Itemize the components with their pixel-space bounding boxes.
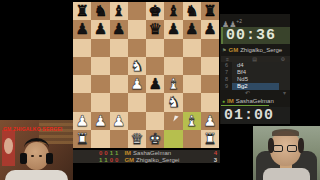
square-h3[interactable]	[201, 93, 219, 111]
black-pawn-h7[interactable]: ♟	[201, 20, 219, 38]
move-row: 8Nd5	[221, 76, 290, 83]
white-king-e1[interactable]: ♚	[146, 130, 164, 148]
black-pawn-f7[interactable]: ♟	[164, 20, 182, 38]
square-d6[interactable]	[128, 39, 146, 57]
square-e6[interactable]	[146, 39, 164, 57]
scoreboard-score: 3	[214, 157, 217, 164]
square-h4[interactable]	[201, 75, 219, 93]
material-advantage: +2	[236, 18, 242, 24]
square-c2[interactable]: ♟	[110, 112, 128, 130]
black-pawn-g7[interactable]: ♟	[183, 20, 201, 38]
square-c5[interactable]	[110, 57, 128, 75]
headphone-right-icon	[46, 153, 53, 164]
eye	[39, 155, 42, 157]
move-number: 9	[221, 83, 232, 90]
move-row: 9Bg2	[221, 83, 290, 90]
square-a7[interactable]: ♟	[73, 20, 91, 38]
square-h8[interactable]: ♜	[201, 2, 219, 20]
square-h6[interactable]	[201, 39, 219, 57]
square-a3[interactable]	[73, 93, 91, 111]
square-g7[interactable]: ♟	[183, 20, 201, 38]
move-Bf4[interactable]: Bf4	[232, 69, 279, 76]
black-pawn-c7[interactable]: ♟	[110, 20, 128, 38]
black-rook-h8[interactable]: ♜	[201, 2, 219, 20]
black-knight-g8[interactable]: ♞	[183, 2, 201, 20]
square-e1[interactable]: ♚	[146, 130, 164, 148]
square-e8[interactable]: ♚	[146, 2, 164, 20]
wall-poster	[2, 130, 15, 166]
white-pawn-a2[interactable]: ♟	[73, 112, 91, 130]
square-e2[interactable]	[146, 112, 164, 130]
match-scoreboard: 0011IMSashaGelman41100GMZhigalko_Sergei3	[73, 150, 220, 163]
square-c4[interactable]	[110, 75, 128, 93]
more-icon[interactable]: ▾	[283, 90, 286, 97]
square-h2[interactable]: ♟	[201, 112, 219, 130]
square-b7[interactable]: ♟	[91, 20, 109, 38]
square-b4[interactable]	[91, 75, 109, 93]
white-queen-d1[interactable]: ♛	[128, 130, 146, 148]
black-pawn-a7[interactable]: ♟	[73, 20, 91, 38]
square-g4[interactable]	[183, 75, 201, 93]
square-f8[interactable]: ♝	[164, 2, 182, 20]
square-f4[interactable]: ♝	[164, 75, 182, 93]
black-bishop-c8[interactable]: ♝	[110, 2, 128, 20]
black-king-e8[interactable]: ♚	[146, 2, 164, 20]
move-row: 7Bf4	[221, 69, 290, 76]
square-d7[interactable]	[128, 20, 146, 38]
scoreboard-title: GM	[124, 157, 134, 164]
white-pawn-c2[interactable]: ♟	[110, 112, 128, 130]
move-number: 6	[221, 62, 232, 69]
headphone-left-icon	[20, 153, 27, 164]
square-d5[interactable]: ♞	[128, 57, 146, 75]
square-d4[interactable]: ♟	[128, 75, 146, 93]
chess-board[interactable]: ♜♞♝♚♝♞♜♟♟♟♛♟♟♟♞♟♟♝♞♟♟♟♝♟♜♛♚♜	[73, 2, 219, 148]
square-g8[interactable]: ♞	[183, 2, 201, 20]
player-top[interactable]: ⚑ GM Zhigalko_Serge	[222, 46, 290, 54]
square-a8[interactable]: ♜	[73, 2, 91, 20]
stream-screen: ♜♞♝♚♝♞♜♟♟♟♛♟♟♟♞♟♟♝♞♟♟♟♝♟♜♛♚♜ 0011IMSasha…	[0, 0, 320, 180]
white-pawn-b2[interactable]: ♟	[91, 112, 109, 130]
move-controls: ↶ ▾	[221, 90, 290, 97]
webcam-right	[253, 126, 320, 180]
move-Nd5[interactable]: Nd5	[232, 76, 279, 83]
square-f3[interactable]: ♞	[164, 93, 182, 111]
move-d4[interactable]: d4	[232, 62, 279, 69]
white-rook-a1[interactable]: ♜	[73, 130, 91, 148]
square-d1[interactable]: ♛	[128, 130, 146, 148]
square-g5[interactable]	[183, 57, 201, 75]
square-b1[interactable]	[91, 130, 109, 148]
square-h7[interactable]: ♟	[201, 20, 219, 38]
square-d2[interactable]	[128, 112, 146, 130]
player-top-title: GM	[228, 46, 238, 54]
square-a4[interactable]	[73, 75, 91, 93]
square-g2[interactable]: ♝	[183, 112, 201, 130]
white-knight-f3[interactable]: ♞	[164, 93, 182, 111]
move-list: 6d47Bf48Nd59Bg2	[221, 62, 290, 90]
grid-icon[interactable]: ▤	[252, 56, 257, 62]
square-g3[interactable]	[183, 93, 201, 111]
undo-icon[interactable]: ↶	[245, 90, 250, 97]
glasses-icon	[273, 145, 298, 153]
white-rook-h1[interactable]: ♜	[201, 130, 219, 148]
hair	[298, 138, 304, 153]
captured-pieces: ♟♟+2	[222, 17, 242, 26]
square-e7[interactable]: ♛	[146, 20, 164, 38]
game-results: 1100	[99, 157, 118, 164]
square-b3[interactable]	[91, 93, 109, 111]
black-pawn-b7[interactable]: ♟	[91, 20, 109, 38]
black-rook-a8[interactable]: ♜	[73, 2, 91, 20]
scoreboard-name: Zhigalko_Sergei	[136, 157, 214, 164]
square-a2[interactable]: ♟	[73, 112, 91, 130]
clock-bottom: 01:00	[221, 107, 290, 124]
square-e3[interactable]	[146, 93, 164, 111]
black-knight-b8[interactable]: ♞	[91, 2, 109, 20]
scoreboard-row: 1100GMZhigalko_Sergei3	[73, 157, 220, 164]
hair	[272, 129, 299, 136]
menu-icon[interactable]: ≡	[226, 56, 229, 62]
square-b2[interactable]: ♟	[91, 112, 109, 130]
flag-icon: ⚑	[222, 46, 226, 54]
black-pawn-e4[interactable]: ♟	[146, 75, 164, 93]
square-a5[interactable]	[73, 57, 91, 75]
move-Bg2[interactable]: Bg2	[232, 83, 279, 90]
black-bishop-f8[interactable]: ♝	[164, 2, 182, 20]
white-bishop-f4[interactable]: ♝	[164, 75, 182, 93]
white-bishop-g2[interactable]: ♝	[183, 112, 201, 130]
square-f7[interactable]: ♟	[164, 20, 182, 38]
square-c3[interactable]	[110, 93, 128, 111]
webcam-left-caption: GM ZHIGALKO SERGEI	[3, 126, 62, 132]
white-pawn-d4[interactable]: ♟	[128, 75, 146, 93]
square-c6[interactable]	[110, 39, 128, 57]
white-knight-d5[interactable]: ♞	[128, 57, 146, 75]
square-g1[interactable]	[183, 130, 201, 148]
square-f5[interactable]	[164, 57, 182, 75]
eye	[31, 155, 34, 157]
square-g6[interactable]	[183, 39, 201, 57]
square-c7[interactable]: ♟	[110, 20, 128, 38]
black-queen-e7[interactable]: ♛	[146, 20, 164, 38]
square-c8[interactable]: ♝	[110, 2, 128, 20]
square-e4[interactable]: ♟	[146, 75, 164, 93]
white-tshirt	[5, 170, 68, 180]
square-e5[interactable]	[146, 57, 164, 75]
square-f1[interactable]	[164, 130, 182, 148]
clock-top: 00:36	[221, 27, 290, 44]
square-b6[interactable]	[91, 39, 109, 57]
square-h1[interactable]: ♜	[201, 130, 219, 148]
white-pawn-h2[interactable]: ♟	[201, 112, 219, 130]
gear-icon[interactable]: ⚙	[281, 56, 285, 62]
player-top-name[interactable]: Zhigalko_Serge	[240, 46, 282, 54]
square-f6[interactable]	[164, 39, 182, 57]
square-h5[interactable]	[201, 57, 219, 75]
square-a6[interactable]	[73, 39, 91, 57]
square-b8[interactable]: ♞	[91, 2, 109, 20]
move-row: 6d4	[221, 62, 290, 69]
move-number: 7	[221, 69, 232, 76]
square-d8[interactable]	[128, 2, 146, 20]
webcam-left: GM ZHIGALKO SERGEI	[0, 120, 73, 180]
move-number: 8	[221, 76, 232, 83]
square-c1[interactable]	[110, 130, 128, 148]
square-a1[interactable]: ♜	[73, 130, 91, 148]
square-b5[interactable]	[91, 57, 109, 75]
shirt	[263, 168, 310, 180]
square-d3[interactable]	[128, 93, 146, 111]
